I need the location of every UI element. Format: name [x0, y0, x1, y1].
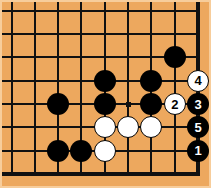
- move-number-label: 5: [195, 120, 202, 133]
- stone-black-P5: [94, 70, 116, 92]
- stone-white-P2: [94, 140, 116, 162]
- move-number-label: 2: [171, 97, 178, 110]
- move-number-label: 1: [195, 144, 202, 157]
- stone-white-R3: [140, 116, 162, 138]
- stone-white-Q3: [117, 116, 139, 138]
- grid-line-horizontal: [0, 10, 200, 12]
- stone-black-N2: [47, 140, 69, 162]
- stone-white-P3: [94, 116, 116, 138]
- stone-black-R5: [140, 70, 162, 92]
- stone-black-O2: [70, 140, 92, 162]
- grid-line-horizontal: [0, 33, 200, 35]
- stone-black-T4: 3: [187, 93, 209, 115]
- star-point-Q4: [126, 102, 131, 107]
- stone-black-R4: [140, 93, 162, 115]
- stone-white-T5: 4: [187, 70, 209, 92]
- stone-black-N4: [47, 93, 69, 115]
- stone-black-S6: [164, 46, 186, 68]
- move-number-label: 3: [195, 97, 202, 110]
- go-board: 42351: [0, 0, 211, 188]
- stone-black-T3: 5: [187, 116, 209, 138]
- board-bottom-edge-line: [0, 172, 200, 176]
- stone-black-T2: 1: [187, 140, 209, 162]
- move-number-label: 4: [195, 74, 202, 87]
- stone-white-S4: 2: [164, 93, 186, 115]
- stone-black-P4: [94, 93, 116, 115]
